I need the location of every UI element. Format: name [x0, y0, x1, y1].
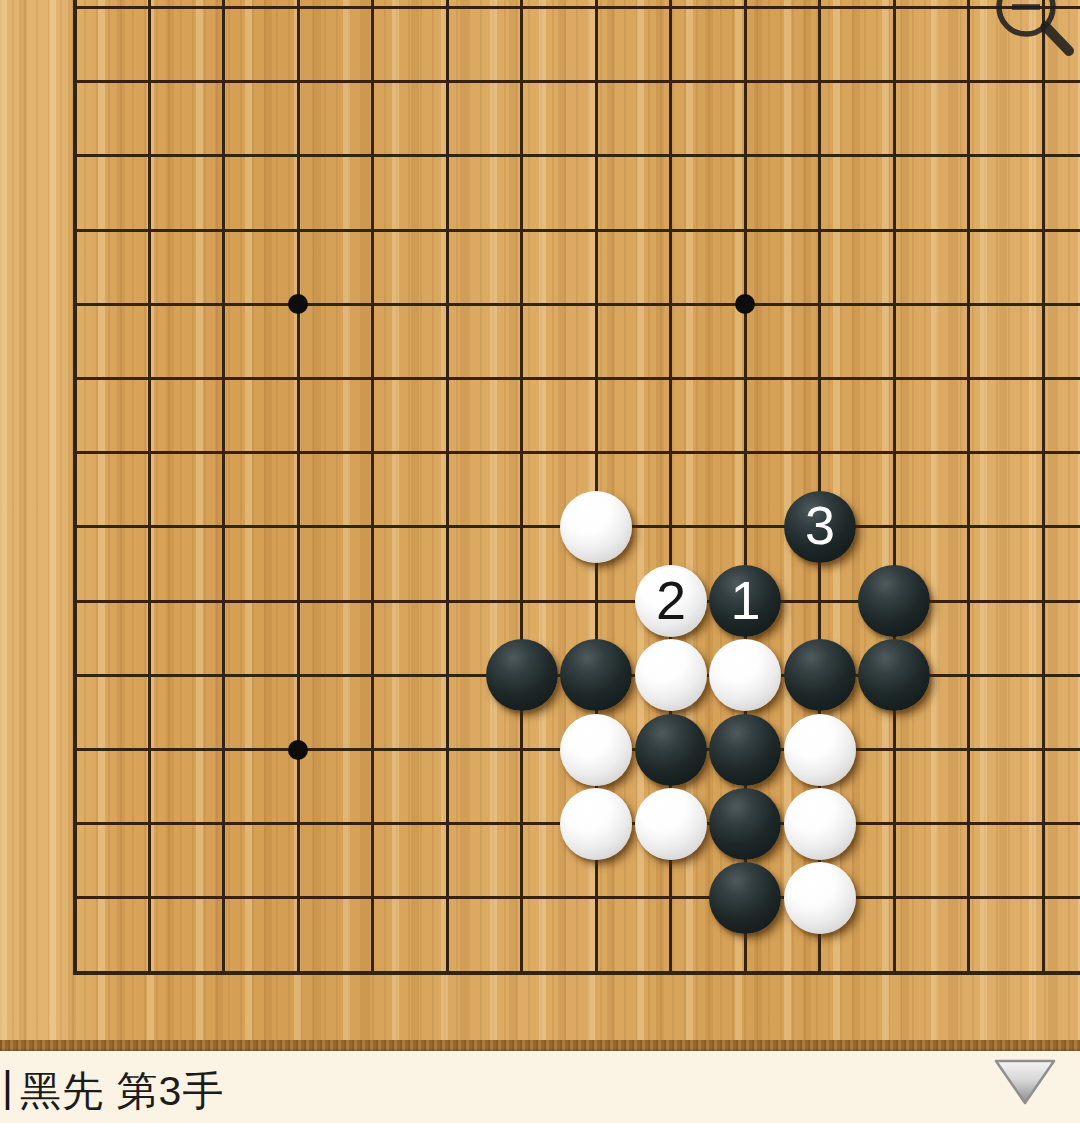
- white-stone: [560, 788, 632, 860]
- move-number: 2: [656, 573, 685, 630]
- grid-line-horizontal: [73, 6, 1080, 9]
- text-marker: |: [2, 1063, 13, 1111]
- black-stone: [858, 565, 930, 637]
- white-stone: [560, 714, 632, 786]
- star-point: [288, 740, 308, 760]
- grid-line-vertical: [520, 0, 523, 974]
- white-stone: [784, 714, 856, 786]
- white-stone: [709, 639, 781, 711]
- black-stone: 1: [709, 565, 781, 637]
- grid-line-horizontal: [73, 971, 1080, 975]
- grid-line-horizontal: [73, 154, 1080, 157]
- grid-line-vertical: [893, 0, 896, 974]
- black-stone: [709, 714, 781, 786]
- grid-line-horizontal: [73, 377, 1080, 380]
- board-edge-band: [0, 1040, 1080, 1051]
- grid-line-horizontal: [73, 303, 1080, 306]
- grid-line-vertical: [222, 0, 225, 974]
- black-stone: [709, 862, 781, 934]
- white-stone: [635, 639, 707, 711]
- star-point: [735, 294, 755, 314]
- go-app-screen: 321 | 黑先 第3手 ↑: [0, 0, 1080, 1123]
- white-stone: [784, 788, 856, 860]
- white-stone: 2: [635, 565, 707, 637]
- magnifier-minus-icon: [999, 0, 1069, 51]
- grid-line-horizontal: [73, 451, 1080, 454]
- grid-line-vertical: [73, 0, 77, 974]
- status-text: 黑先 第3手: [20, 1064, 224, 1119]
- white-stone: [635, 788, 707, 860]
- grid-line-horizontal: [73, 229, 1080, 232]
- grid-line-vertical: [371, 0, 374, 974]
- partial-arrow-glyph: ↑: [8, 1111, 26, 1123]
- black-stone: [858, 639, 930, 711]
- move-number: 1: [730, 573, 759, 630]
- star-point: [288, 294, 308, 314]
- grid-line-vertical: [446, 0, 449, 974]
- grid-line-horizontal: [73, 80, 1080, 83]
- black-stone: 3: [784, 491, 856, 563]
- triangle-down-icon: [996, 1061, 1054, 1103]
- black-stone: [784, 639, 856, 711]
- black-stone: [486, 639, 558, 711]
- white-stone: [560, 491, 632, 563]
- grid-line-vertical: [967, 0, 970, 974]
- move-number: 3: [805, 498, 834, 555]
- go-board-surface[interactable]: 321: [0, 0, 1080, 1051]
- black-stone: [560, 639, 632, 711]
- status-bar: | 黑先 第3手 ↑: [0, 1051, 1080, 1123]
- dropdown-arrow-button[interactable]: [992, 1055, 1058, 1109]
- grid-line-vertical: [148, 0, 151, 974]
- black-stone: [709, 788, 781, 860]
- grid-line-horizontal: [73, 896, 1080, 899]
- grid-line-vertical: [297, 0, 300, 974]
- black-stone: [635, 714, 707, 786]
- grid-line-vertical: [1042, 0, 1045, 974]
- white-stone: [784, 862, 856, 934]
- zoom-out-button[interactable]: [985, 0, 1080, 65]
